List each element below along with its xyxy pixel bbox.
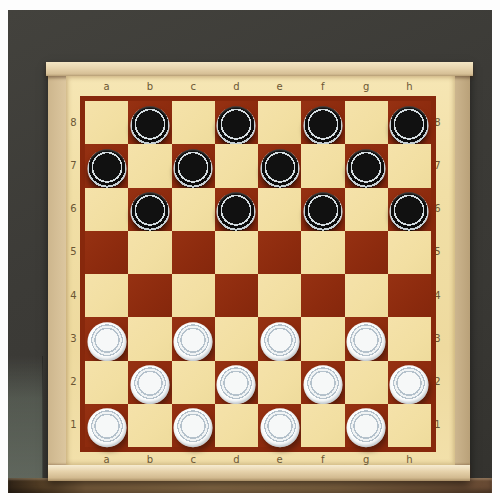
square-b1[interactable] <box>128 404 171 447</box>
square-a2[interactable] <box>85 361 128 404</box>
square-h3[interactable] <box>388 317 431 360</box>
rank-label-4: 4 <box>67 274 80 317</box>
checker-black[interactable] <box>347 149 386 188</box>
square-e6[interactable] <box>258 188 301 231</box>
checker-white[interactable] <box>130 365 169 404</box>
file-label-a: a <box>85 80 128 94</box>
wall-corner <box>8 356 43 478</box>
square-a8[interactable] <box>85 101 128 144</box>
square-e2[interactable] <box>258 361 301 404</box>
rank-labels-left: 87654321 <box>67 101 80 447</box>
checker-white[interactable] <box>303 365 342 404</box>
square-c6[interactable] <box>172 188 215 231</box>
checker-black[interactable] <box>217 192 256 231</box>
square-c1[interactable] <box>172 404 215 447</box>
file-label-a: a <box>85 453 128 467</box>
square-d8[interactable] <box>215 101 258 144</box>
square-g8[interactable] <box>345 101 388 144</box>
square-h7[interactable] <box>388 144 431 187</box>
checker-black[interactable] <box>130 192 169 231</box>
square-h6[interactable] <box>388 188 431 231</box>
rank-label-5: 5 <box>67 231 80 274</box>
square-f1[interactable] <box>301 404 344 447</box>
square-e4[interactable] <box>258 274 301 317</box>
square-b4[interactable] <box>128 274 171 317</box>
frame-bottom-rail <box>48 465 470 481</box>
square-g2[interactable] <box>345 361 388 404</box>
rank-label-2: 2 <box>67 361 80 404</box>
checker-white[interactable] <box>87 322 126 361</box>
square-h5[interactable] <box>388 231 431 274</box>
checker-white[interactable] <box>260 322 299 361</box>
square-b8[interactable] <box>128 101 171 144</box>
square-d5[interactable] <box>215 231 258 274</box>
square-e3[interactable] <box>258 317 301 360</box>
file-label-g: g <box>345 80 388 94</box>
square-c4[interactable] <box>172 274 215 317</box>
rank-label-1: 1 <box>67 404 80 447</box>
checker-white[interactable] <box>260 409 299 448</box>
checker-white[interactable] <box>217 365 256 404</box>
file-label-b: b <box>128 80 171 94</box>
square-a5[interactable] <box>85 231 128 274</box>
checker-white[interactable] <box>87 409 126 448</box>
file-labels-bottom: abcdefgh <box>85 453 431 467</box>
photo-frame: abcdefgh abcdefgh 87654321 87654321 <box>0 0 500 500</box>
playing-field <box>80 96 436 452</box>
square-e8[interactable] <box>258 101 301 144</box>
square-h1[interactable] <box>388 404 431 447</box>
checker-black[interactable] <box>260 149 299 188</box>
square-c7[interactable] <box>172 144 215 187</box>
studio-background: abcdefgh abcdefgh 87654321 87654321 <box>8 10 492 493</box>
square-g4[interactable] <box>345 274 388 317</box>
square-d4[interactable] <box>215 274 258 317</box>
checker-black[interactable] <box>217 106 256 145</box>
square-f5[interactable] <box>301 231 344 274</box>
square-f4[interactable] <box>301 274 344 317</box>
square-h4[interactable] <box>388 274 431 317</box>
file-label-f: f <box>301 453 344 467</box>
square-a4[interactable] <box>85 274 128 317</box>
checker-black[interactable] <box>303 106 342 145</box>
checker-black[interactable] <box>390 192 429 231</box>
file-label-e: e <box>258 453 301 467</box>
square-d7[interactable] <box>215 144 258 187</box>
square-b5[interactable] <box>128 231 171 274</box>
square-d3[interactable] <box>215 317 258 360</box>
file-label-c: c <box>172 80 215 94</box>
file-label-g: g <box>345 453 388 467</box>
checker-black[interactable] <box>390 106 429 145</box>
square-a3[interactable] <box>85 317 128 360</box>
square-b2[interactable] <box>128 361 171 404</box>
checker-white[interactable] <box>347 409 386 448</box>
checker-black[interactable] <box>303 192 342 231</box>
square-b7[interactable] <box>128 144 171 187</box>
square-c8[interactable] <box>172 101 215 144</box>
file-label-e: e <box>258 80 301 94</box>
square-d2[interactable] <box>215 361 258 404</box>
file-label-b: b <box>128 453 171 467</box>
checkers-board: abcdefgh abcdefgh 87654321 87654321 <box>48 62 470 481</box>
square-d1[interactable] <box>215 404 258 447</box>
file-label-d: d <box>215 453 258 467</box>
file-label-h: h <box>388 453 431 467</box>
square-h8[interactable] <box>388 101 431 144</box>
file-label-h: h <box>388 80 431 94</box>
square-e5[interactable] <box>258 231 301 274</box>
frame-top-rail <box>46 62 473 76</box>
square-f6[interactable] <box>301 188 344 231</box>
square-f2[interactable] <box>301 361 344 404</box>
square-e7[interactable] <box>258 144 301 187</box>
checker-black[interactable] <box>174 149 213 188</box>
square-g5[interactable] <box>345 231 388 274</box>
file-label-d: d <box>215 80 258 94</box>
square-c3[interactable] <box>172 317 215 360</box>
file-label-f: f <box>301 80 344 94</box>
checker-black[interactable] <box>130 106 169 145</box>
square-g6[interactable] <box>345 188 388 231</box>
square-f3[interactable] <box>301 317 344 360</box>
square-g3[interactable] <box>345 317 388 360</box>
rank-label-8: 8 <box>67 101 80 144</box>
square-f8[interactable] <box>301 101 344 144</box>
rank-label-3: 3 <box>67 317 80 360</box>
square-a1[interactable] <box>85 404 128 447</box>
square-b3[interactable] <box>128 317 171 360</box>
square-a6[interactable] <box>85 188 128 231</box>
square-c2[interactable] <box>172 361 215 404</box>
square-c5[interactable] <box>172 231 215 274</box>
checker-black[interactable] <box>87 149 126 188</box>
square-a7[interactable] <box>85 144 128 187</box>
checker-white[interactable] <box>174 322 213 361</box>
rank-label-7: 7 <box>67 144 80 187</box>
file-label-c: c <box>172 453 215 467</box>
square-b6[interactable] <box>128 188 171 231</box>
square-e1[interactable] <box>258 404 301 447</box>
square-g1[interactable] <box>345 404 388 447</box>
square-g7[interactable] <box>345 144 388 187</box>
square-h2[interactable] <box>388 361 431 404</box>
square-f7[interactable] <box>301 144 344 187</box>
rank-label-6: 6 <box>67 188 80 231</box>
checker-white[interactable] <box>174 409 213 448</box>
square-d6[interactable] <box>215 188 258 231</box>
checker-white[interactable] <box>390 365 429 404</box>
file-labels-top: abcdefgh <box>85 80 431 94</box>
checker-white[interactable] <box>347 322 386 361</box>
